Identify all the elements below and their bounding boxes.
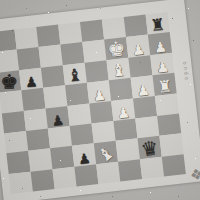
piece-white-pawn-h6: ♟ — [156, 59, 170, 74]
square-c2 — [50, 146, 74, 169]
square-d2: ♟ — [72, 144, 96, 167]
square-f6: ♝ — [106, 58, 130, 81]
square-b5 — [21, 88, 45, 111]
square-b7 — [17, 47, 41, 70]
chess-board: ♜♚♟♟♚♟♝♝♟♟♟♜♟♟♟♝♛ ondo ❖ — [0, 0, 200, 200]
square-e2: ♝ — [94, 141, 118, 164]
square-a6: ♚ — [0, 70, 21, 93]
square-h4 — [155, 93, 179, 116]
square-h8: ♜ — [146, 12, 170, 35]
square-e5: ♟ — [87, 80, 111, 103]
piece-white-pawn-f4: ♟ — [116, 105, 130, 120]
square-d5 — [65, 83, 89, 106]
square-f5 — [109, 78, 133, 101]
square-f2 — [116, 139, 140, 162]
square-g6 — [128, 55, 152, 78]
square-b6: ♟ — [19, 68, 43, 91]
square-f7: ♚ — [104, 37, 128, 60]
piece-black-rook-h8: ♜ — [150, 17, 166, 35]
square-g2: ♛ — [138, 136, 162, 159]
square-g5: ♟ — [131, 75, 155, 98]
square-a3 — [4, 131, 28, 154]
board-edge-label: ondo — [182, 61, 190, 82]
square-b1 — [31, 169, 55, 192]
square-c1 — [52, 166, 76, 189]
photo-noise-specks — [0, 0, 1, 1]
square-c6 — [41, 65, 65, 88]
piece-white-pawn-e5: ♟ — [92, 87, 106, 102]
square-h1 — [162, 154, 186, 177]
piece-black-queen-g2: ♛ — [140, 137, 160, 159]
board-grid: ♜♚♟♟♚♟♝♝♟♟♟♜♟♟♟♝♛ — [0, 12, 186, 194]
piece-white-king-f7: ♚ — [106, 38, 126, 60]
square-h5: ♜ — [152, 73, 176, 96]
square-a1 — [9, 171, 33, 194]
square-e4 — [89, 101, 113, 124]
piece-white-pawn-g7: ♟ — [131, 42, 145, 57]
square-d6: ♝ — [63, 63, 87, 86]
square-g4 — [133, 96, 157, 119]
piece-white-pawn-g5: ♟ — [136, 82, 150, 97]
square-g8 — [124, 15, 148, 38]
square-d3 — [70, 123, 94, 146]
square-d8 — [58, 22, 82, 45]
square-e8 — [80, 20, 104, 43]
square-c7 — [39, 45, 63, 68]
square-a5 — [0, 90, 24, 113]
square-e7 — [82, 40, 106, 63]
square-h2 — [159, 134, 183, 157]
piece-white-pawn-h7: ♟ — [153, 39, 167, 54]
square-c3 — [48, 126, 72, 149]
piece-white-bishop-f6: ♝ — [110, 61, 127, 80]
square-b4 — [24, 108, 48, 131]
piece-black-king-a6: ♚ — [0, 72, 18, 92]
square-h7: ♟ — [148, 32, 172, 55]
square-c8 — [36, 25, 60, 48]
square-f1 — [118, 159, 142, 182]
corner-ornament-icon: ❖ — [188, 164, 200, 185]
square-b8 — [14, 27, 38, 50]
square-b2 — [28, 149, 52, 172]
square-d1 — [74, 164, 98, 187]
square-d7 — [60, 42, 84, 65]
square-a4 — [2, 111, 26, 134]
square-h3 — [157, 113, 181, 136]
piece-black-bishop-d6: ♝ — [66, 66, 83, 85]
photo-frame: ♜♚♟♟♚♟♝♝♟♟♟♜♟♟♟♝♛ ondo ❖ — [0, 0, 200, 200]
square-f4: ♟ — [111, 98, 135, 121]
square-h6: ♟ — [150, 53, 174, 76]
piece-black-pawn-b6: ♟ — [25, 75, 38, 90]
square-b3 — [26, 128, 50, 151]
square-c5 — [43, 85, 67, 108]
square-a2 — [6, 151, 30, 174]
piece-white-rook-h5: ♜ — [157, 78, 173, 96]
square-c4: ♟ — [45, 106, 69, 129]
piece-black-pawn-c4: ♟ — [51, 112, 65, 127]
square-g7: ♟ — [126, 35, 150, 58]
square-f3 — [113, 118, 137, 141]
piece-black-pawn-d2: ♟ — [77, 150, 91, 165]
square-d4 — [67, 103, 91, 126]
square-e3 — [92, 121, 116, 144]
square-e6 — [85, 60, 109, 83]
